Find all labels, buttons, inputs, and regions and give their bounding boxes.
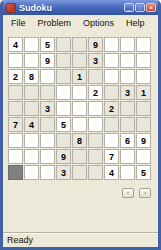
sudoku-cell-r1c1[interactable]: 4 <box>8 37 23 52</box>
sudoku-cell-r6c4[interactable]: 5 <box>56 117 71 132</box>
menu-help[interactable]: Help <box>120 16 151 31</box>
sudoku-cell-r3c8[interactable] <box>120 69 135 84</box>
sudoku-cell-r4c5[interactable] <box>72 85 87 100</box>
sudoku-cell-r2c7[interactable] <box>104 53 119 68</box>
sudoku-cell-r2c1[interactable] <box>8 53 23 68</box>
sudoku-cell-r1c5[interactable] <box>72 37 87 52</box>
sudoku-cell-r1c8[interactable] <box>120 37 135 52</box>
sudoku-cell-r7c8[interactable]: 6 <box>120 133 135 148</box>
sudoku-cell-r7c2[interactable] <box>24 133 39 148</box>
sudoku-cell-r9c4[interactable]: 3 <box>56 165 71 180</box>
sudoku-cell-r1c4[interactable] <box>56 37 71 52</box>
sudoku-cell-r6c8[interactable] <box>120 117 135 132</box>
sudoku-cell-r1c2[interactable] <box>24 37 39 52</box>
sudoku-cell-r4c9[interactable]: 1 <box>136 85 151 100</box>
sudoku-cell-r3c3[interactable] <box>40 69 55 84</box>
sudoku-cell-r7c6[interactable] <box>88 133 103 148</box>
sudoku-cell-r9c1[interactable] <box>8 165 23 180</box>
sudoku-cell-r7c7[interactable] <box>104 133 119 148</box>
sudoku-cell-r5c5[interactable] <box>72 101 87 116</box>
menu-file[interactable]: File <box>5 16 32 31</box>
sudoku-cell-r9c6[interactable] <box>88 165 103 180</box>
sudoku-cell-r2c2[interactable] <box>24 53 39 68</box>
status-bar: Ready <box>3 232 158 247</box>
sudoku-cell-r6c3[interactable] <box>40 117 55 132</box>
sudoku-cell-r3c1[interactable]: 2 <box>8 69 23 84</box>
sudoku-cell-r6c6[interactable] <box>88 117 103 132</box>
window-title: Sudoku <box>19 1 124 15</box>
sudoku-cell-r8c5[interactable] <box>72 149 87 164</box>
prev-problem-button[interactable]: < <box>122 188 134 198</box>
sudoku-cell-r6c9[interactable] <box>136 117 151 132</box>
status-text: Ready <box>7 235 33 245</box>
sudoku-cell-r7c4[interactable] <box>56 133 71 148</box>
sudoku-cell-r4c1[interactable] <box>8 85 23 100</box>
sudoku-cell-r5c6[interactable] <box>88 101 103 116</box>
sudoku-cell-r2c5[interactable] <box>72 53 87 68</box>
sudoku-cell-r8c7[interactable]: 7 <box>104 149 119 164</box>
sudoku-cell-r1c6[interactable]: 9 <box>88 37 103 52</box>
sudoku-board: 459932812313274586997345 <box>8 37 151 180</box>
sudoku-cell-r8c8[interactable] <box>120 149 135 164</box>
maximize-button[interactable]: □ <box>135 3 145 12</box>
sudoku-cell-r4c6[interactable]: 2 <box>88 85 103 100</box>
sudoku-cell-r1c7[interactable] <box>104 37 119 52</box>
sudoku-cell-r3c5[interactable]: 1 <box>72 69 87 84</box>
minimize-button[interactable]: _ <box>124 3 134 12</box>
menu-options[interactable]: Options <box>77 16 120 31</box>
sudoku-cell-r7c5[interactable]: 8 <box>72 133 87 148</box>
sudoku-cell-r9c7[interactable]: 4 <box>104 165 119 180</box>
empty-space <box>3 198 158 232</box>
sudoku-cell-r4c3[interactable] <box>40 85 55 100</box>
sudoku-cell-r6c1[interactable]: 7 <box>8 117 23 132</box>
sudoku-cell-r9c9[interactable]: 5 <box>136 165 151 180</box>
sudoku-cell-r5c1[interactable] <box>8 101 23 116</box>
sudoku-cell-r8c1[interactable] <box>8 149 23 164</box>
client-area: 459932812313274586997345 < > <box>3 31 158 232</box>
sudoku-cell-r9c8[interactable] <box>120 165 135 180</box>
sudoku-cell-r8c4[interactable]: 9 <box>56 149 71 164</box>
app-icon <box>6 3 16 13</box>
sudoku-cell-r8c2[interactable] <box>24 149 39 164</box>
menu-problem[interactable]: Problem <box>32 16 78 31</box>
next-problem-button[interactable]: > <box>139 188 151 198</box>
sudoku-cell-r4c7[interactable] <box>104 85 119 100</box>
sudoku-cell-r9c2[interactable] <box>24 165 39 180</box>
sudoku-cell-r5c9[interactable] <box>136 101 151 116</box>
sudoku-cell-r3c2[interactable]: 8 <box>24 69 39 84</box>
sudoku-cell-r2c6[interactable]: 3 <box>88 53 103 68</box>
sudoku-cell-r5c3[interactable]: 3 <box>40 101 55 116</box>
sudoku-cell-r3c6[interactable] <box>88 69 103 84</box>
sudoku-cell-r9c3[interactable] <box>40 165 55 180</box>
sudoku-cell-r9c5[interactable] <box>72 165 87 180</box>
sudoku-cell-r7c3[interactable] <box>40 133 55 148</box>
sudoku-cell-r1c9[interactable] <box>136 37 151 52</box>
sudoku-cell-r4c8[interactable]: 3 <box>120 85 135 100</box>
sudoku-cell-r7c1[interactable] <box>8 133 23 148</box>
sudoku-cell-r3c7[interactable] <box>104 69 119 84</box>
sudoku-cell-r1c3[interactable]: 5 <box>40 37 55 52</box>
sudoku-cell-r6c5[interactable] <box>72 117 87 132</box>
sudoku-cell-r6c7[interactable] <box>104 117 119 132</box>
title-bar[interactable]: Sudoku _ □ ✕ <box>3 0 158 15</box>
sudoku-cell-r2c4[interactable] <box>56 53 71 68</box>
sudoku-cell-r5c2[interactable] <box>24 101 39 116</box>
sudoku-cell-r4c2[interactable] <box>24 85 39 100</box>
sudoku-cell-r5c4[interactable] <box>56 101 71 116</box>
sudoku-cell-r6c2[interactable]: 4 <box>24 117 39 132</box>
problem-nav: < > <box>3 188 151 198</box>
sudoku-cell-r8c6[interactable] <box>88 149 103 164</box>
close-button[interactable]: ✕ <box>146 3 156 12</box>
sudoku-window: Sudoku _ □ ✕ File Problem Options Help 4… <box>0 0 161 250</box>
sudoku-cell-r5c8[interactable] <box>120 101 135 116</box>
sudoku-cell-r8c9[interactable] <box>136 149 151 164</box>
sudoku-cell-r2c3[interactable]: 9 <box>40 53 55 68</box>
sudoku-cell-r2c9[interactable] <box>136 53 151 68</box>
sudoku-cell-r3c4[interactable] <box>56 69 71 84</box>
sudoku-cell-r3c9[interactable] <box>136 69 151 84</box>
sudoku-cell-r4c4[interactable] <box>56 85 71 100</box>
sudoku-cell-r7c9[interactable]: 9 <box>136 133 151 148</box>
menu-bar: File Problem Options Help <box>3 15 158 31</box>
sudoku-cell-r2c8[interactable] <box>120 53 135 68</box>
sudoku-cell-r5c7[interactable]: 2 <box>104 101 119 116</box>
sudoku-cell-r8c3[interactable] <box>40 149 55 164</box>
